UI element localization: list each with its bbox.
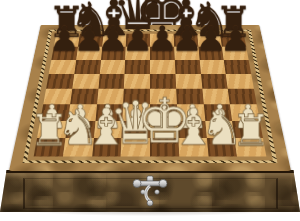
- square-b4: [70, 89, 98, 105]
- chess-set-photo: ♜♞♝♛♚♝♞♜♟♟♟♟♟♟♟♟♟♟♟♟♟♟♟♟♜♞♝♛♚♝♞♜: [0, 0, 300, 221]
- square-b7: ♟: [76, 47, 102, 60]
- board-frame: ♜♞♝♛♚♝♞♜♟♟♟♟♟♟♟♟♟♟♟♟♟♟♟♟♜♞♝♛♚♝♞♜: [9, 25, 291, 171]
- square-h5: [226, 74, 254, 89]
- square-g4: [202, 89, 230, 105]
- square-d5: [124, 74, 150, 89]
- square-f8: ♝: [173, 34, 198, 47]
- square-g7: ♟: [198, 47, 224, 60]
- square-a3: [40, 104, 70, 120]
- square-b1: ♞: [63, 138, 94, 156]
- square-c7: ♟: [101, 47, 126, 60]
- square-d8: ♛: [126, 34, 150, 47]
- square-g5: [201, 74, 228, 89]
- square-e2: ♟: [150, 121, 178, 138]
- square-h1: ♜: [235, 138, 267, 156]
- square-b6: [74, 60, 101, 74]
- square-a8: ♜: [54, 34, 80, 47]
- square-h4: [228, 89, 257, 105]
- square-b8: ♞: [78, 34, 103, 47]
- square-f4: [176, 89, 203, 105]
- square-e8: ♚: [150, 34, 174, 47]
- square-a4: [43, 89, 72, 105]
- square-g6: [199, 60, 226, 74]
- square-h3: [230, 104, 260, 120]
- square-b2: ♟: [65, 121, 95, 138]
- square-c6: [99, 60, 125, 74]
- square-g8: ♞: [197, 34, 222, 47]
- square-h6: [224, 60, 251, 74]
- square-e6: [150, 60, 175, 74]
- square-h8: ♜: [220, 34, 246, 47]
- square-c4: [97, 89, 124, 105]
- inlay-border: ♜♞♝♛♚♝♞♜♟♟♟♟♟♟♟♟♟♟♟♟♟♟♟♟♜♞♝♛♚♝♞♜: [23, 30, 278, 163]
- square-h2: ♟: [232, 121, 263, 138]
- square-f1: ♝: [178, 138, 208, 156]
- square-c1: ♝: [92, 138, 122, 156]
- square-f5: [175, 74, 202, 89]
- square-a6: [49, 60, 76, 74]
- square-a1: ♜: [34, 138, 66, 156]
- box-front: [0, 170, 300, 212]
- square-c5: [98, 74, 125, 89]
- square-e5: [150, 74, 176, 89]
- inner-frame: ♜♞♝♛♚♝♞♜♟♟♟♟♟♟♟♟♟♟♟♟♟♟♟♟♜♞♝♛♚♝♞♜: [27, 31, 273, 160]
- square-a5: [46, 74, 74, 89]
- square-d2: ♟: [122, 121, 150, 138]
- chess-board-grid: ♜♞♝♛♚♝♞♜♟♟♟♟♟♟♟♟♟♟♟♟♟♟♟♟♜♞♝♛♚♝♞♜: [34, 34, 267, 157]
- square-g2: ♟: [205, 121, 235, 138]
- square-b5: [72, 74, 99, 89]
- square-f6: [175, 60, 201, 74]
- square-c2: ♟: [94, 121, 123, 138]
- square-e7: ♟: [150, 47, 175, 60]
- square-f7: ♟: [174, 47, 199, 60]
- square-g3: [203, 104, 232, 120]
- square-a2: ♟: [37, 121, 68, 138]
- square-a7: ♟: [51, 47, 77, 60]
- square-d3: [123, 104, 150, 120]
- square-d1: ♛: [121, 138, 150, 156]
- square-b3: [68, 104, 97, 120]
- square-d6: [125, 60, 150, 74]
- square-e1: ♚: [150, 138, 179, 156]
- latch-icon: [130, 175, 170, 209]
- square-f2: ♟: [177, 121, 206, 138]
- square-e4: [150, 89, 177, 105]
- square-d4: [123, 89, 150, 105]
- square-e3: [150, 104, 177, 120]
- square-g1: ♞: [206, 138, 237, 156]
- latch: [130, 175, 170, 209]
- square-d7: ♟: [125, 47, 150, 60]
- piece-black-rook: ♜: [215, 1, 253, 44]
- square-c8: ♝: [102, 34, 127, 47]
- square-f3: [177, 104, 205, 120]
- square-h7: ♟: [222, 47, 248, 60]
- square-c3: [95, 104, 123, 120]
